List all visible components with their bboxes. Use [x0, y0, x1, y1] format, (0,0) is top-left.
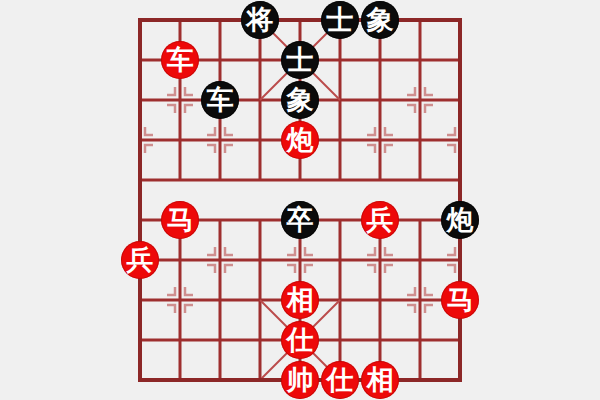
piece-black-general[interactable]: 将 [241, 1, 279, 39]
xiangqi-board: 将士象车士车象炮马卒兵炮兵相马仕帅仕相 [0, 0, 600, 400]
piece-red-soldier[interactable]: 兵 [121, 241, 159, 279]
piece-red-horse[interactable]: 马 [161, 201, 199, 239]
piece-black-advisor[interactable]: 士 [321, 1, 359, 39]
piece-red-advisor[interactable]: 仕 [321, 361, 359, 399]
piece-red-general[interactable]: 帅 [281, 361, 319, 399]
piece-red-chariot[interactable]: 车 [161, 41, 199, 79]
piece-red-horse[interactable]: 马 [441, 281, 479, 319]
piece-black-chariot[interactable]: 车 [201, 81, 239, 119]
piece-red-elephant[interactable]: 相 [281, 281, 319, 319]
piece-black-advisor[interactable]: 士 [281, 41, 319, 79]
piece-black-elephant[interactable]: 象 [361, 1, 399, 39]
piece-black-elephant[interactable]: 象 [281, 81, 319, 119]
piece-red-cannon[interactable]: 炮 [281, 121, 319, 159]
piece-black-cannon[interactable]: 炮 [441, 201, 479, 239]
piece-red-advisor[interactable]: 仕 [281, 321, 319, 359]
pieces-layer: 将士象车士车象炮马卒兵炮兵相马仕帅仕相 [0, 0, 600, 400]
piece-black-soldier[interactable]: 卒 [281, 201, 319, 239]
piece-red-soldier[interactable]: 兵 [361, 201, 399, 239]
piece-red-elephant[interactable]: 相 [361, 361, 399, 399]
